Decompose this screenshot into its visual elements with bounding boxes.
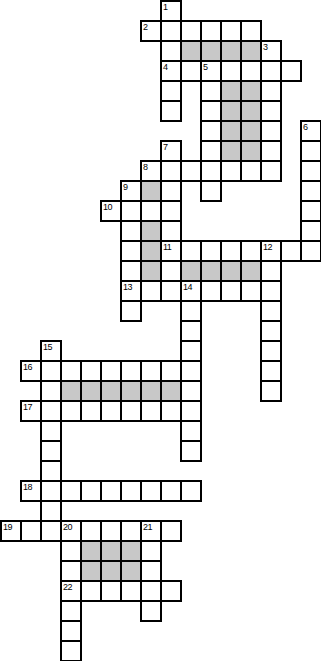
cell-r8-c10[interactable] [200, 160, 222, 182]
cell-r16-c9[interactable] [180, 320, 202, 342]
clue-number-12: 12 [263, 242, 272, 252]
shaded-cell-r4-c11[interactable] [220, 80, 242, 102]
cell-r9-c15[interactable] [300, 180, 321, 202]
clue-number-22: 22 [63, 582, 72, 592]
cell-r22-c9[interactable] [180, 440, 202, 462]
cell-r20-c6[interactable] [120, 400, 142, 422]
cell-r10-c7[interactable] [140, 200, 162, 222]
cell-r26-c6[interactable] [120, 520, 142, 542]
cell-r20-c4[interactable] [80, 400, 102, 422]
shaded-cell-r13-c12[interactable] [240, 260, 262, 282]
cell-r12-c6[interactable] [120, 240, 142, 262]
cell-r5-c13[interactable] [260, 100, 282, 122]
cell-r2-c13[interactable]: 3 [260, 40, 282, 62]
cell-r8-c12[interactable] [240, 160, 262, 182]
cell-r26-c0[interactable]: 19 [0, 520, 22, 542]
cell-r14-c13[interactable] [260, 280, 282, 302]
cell-r9-c10[interactable] [200, 180, 222, 202]
cell-r8-c9[interactable] [180, 160, 202, 182]
clue-number-8: 8 [143, 162, 148, 172]
shaded-cell-r13-c9[interactable] [180, 260, 202, 282]
clue-number-15: 15 [43, 342, 52, 352]
crossword-grid: 12345678910111213141516171819202122 [0, 0, 321, 661]
cell-r29-c8[interactable] [160, 580, 182, 602]
cell-r20-c1[interactable]: 17 [20, 400, 42, 422]
shaded-cell-r2-c12[interactable] [240, 40, 262, 62]
cell-r18-c8[interactable] [160, 360, 182, 382]
cell-r24-c4[interactable] [80, 480, 102, 502]
cell-r17-c9[interactable] [180, 340, 202, 362]
cell-r8-c11[interactable] [220, 160, 242, 182]
shaded-cell-r13-c10[interactable] [200, 260, 222, 282]
cell-r14-c11[interactable] [220, 280, 242, 302]
cell-r28-c7[interactable] [140, 560, 162, 582]
cell-r30-c7[interactable] [140, 600, 162, 622]
cell-r6-c10[interactable] [200, 120, 222, 142]
shaded-cell-r2-c10[interactable] [200, 40, 222, 62]
cell-r29-c4[interactable] [80, 580, 102, 602]
shaded-cell-r27-c4[interactable] [80, 540, 102, 562]
shaded-cell-r5-c12[interactable] [240, 100, 262, 122]
cell-r1-c10[interactable] [200, 20, 222, 42]
clue-number-21: 21 [143, 522, 152, 532]
clue-number-6: 6 [303, 122, 308, 132]
cell-r10-c8[interactable] [160, 200, 182, 222]
cell-r24-c9[interactable] [180, 480, 202, 502]
cell-r29-c6[interactable] [120, 580, 142, 602]
cell-r29-c7[interactable] [140, 580, 162, 602]
cell-r18-c3[interactable] [60, 360, 82, 382]
cell-r18-c6[interactable] [120, 360, 142, 382]
cell-r29-c5[interactable] [100, 580, 122, 602]
cell-r19-c2[interactable] [40, 380, 62, 402]
shaded-cell-r6-c11[interactable] [220, 120, 242, 142]
cell-r18-c4[interactable] [80, 360, 102, 382]
cell-r4-c8[interactable] [160, 80, 182, 102]
cell-r16-c13[interactable] [260, 320, 282, 342]
shaded-cell-r19-c4[interactable] [80, 380, 102, 402]
clue-number-2: 2 [143, 22, 148, 32]
cell-r19-c13[interactable] [260, 380, 282, 402]
cell-r1-c9[interactable] [180, 20, 202, 42]
crossword-page: 12345678910111213141516171819202122 [0, 0, 321, 661]
cell-r10-c6[interactable] [120, 200, 142, 222]
cell-r8-c7[interactable]: 8 [140, 160, 162, 182]
cell-r26-c1[interactable] [20, 520, 42, 542]
cell-r9-c6[interactable]: 9 [120, 180, 142, 202]
cell-r8-c15[interactable] [300, 160, 321, 182]
cell-r24-c1[interactable]: 18 [20, 480, 42, 502]
clue-number-5: 5 [203, 62, 208, 72]
cell-r2-c8[interactable] [160, 40, 182, 62]
clue-number-9: 9 [123, 182, 128, 192]
clue-number-16: 16 [23, 362, 32, 372]
cell-r14-c8[interactable] [160, 280, 182, 302]
cell-r6-c13[interactable] [260, 120, 282, 142]
cell-r7-c10[interactable] [200, 140, 222, 162]
shaded-cell-r4-c12[interactable] [240, 80, 262, 102]
cell-r20-c8[interactable] [160, 400, 182, 422]
cell-r8-c13[interactable] [260, 160, 282, 182]
cell-r31-c3[interactable] [60, 620, 82, 642]
cell-r13-c6[interactable] [120, 260, 142, 282]
cell-r10-c15[interactable] [300, 200, 321, 222]
cell-r12-c11[interactable] [220, 240, 242, 262]
cell-r12-c15[interactable] [300, 240, 321, 262]
cell-r29-c3[interactable]: 22 [60, 580, 82, 602]
cell-r12-c8[interactable]: 11 [160, 240, 182, 262]
cell-r14-c6[interactable]: 13 [120, 280, 142, 302]
cell-r5-c8[interactable] [160, 100, 182, 122]
cell-r15-c13[interactable] [260, 300, 282, 322]
cell-r7-c15[interactable] [300, 140, 321, 162]
shaded-cell-r28-c4[interactable] [80, 560, 102, 582]
cell-r11-c8[interactable] [160, 220, 182, 242]
cell-r28-c3[interactable] [60, 560, 82, 582]
cell-r11-c15[interactable] [300, 220, 321, 242]
shaded-cell-r13-c7[interactable] [140, 260, 162, 282]
cell-r15-c6[interactable] [120, 300, 142, 322]
shaded-cell-r19-c7[interactable] [140, 380, 162, 402]
cell-r17-c2[interactable]: 15 [40, 340, 62, 362]
cell-r32-c3[interactable] [60, 640, 82, 661]
shaded-cell-r2-c9[interactable] [180, 40, 202, 62]
cell-r20-c2[interactable] [40, 400, 62, 422]
cell-r24-c3[interactable] [60, 480, 82, 502]
cell-r20-c9[interactable] [180, 400, 202, 422]
cell-r13-c8[interactable] [160, 260, 182, 282]
cell-r18-c7[interactable] [140, 360, 162, 382]
cell-r1-c11[interactable] [220, 20, 242, 42]
cell-r12-c10[interactable] [200, 240, 222, 262]
cell-r14-c12[interactable] [240, 280, 262, 302]
cell-r26-c5[interactable] [100, 520, 122, 542]
shaded-cell-r6-c12[interactable] [240, 120, 262, 142]
shaded-cell-r19-c3[interactable] [60, 380, 82, 402]
cell-r14-c7[interactable] [140, 280, 162, 302]
cell-r12-c12[interactable] [240, 240, 262, 262]
cell-r25-c2[interactable] [40, 500, 62, 522]
cell-r10-c5[interactable]: 10 [100, 200, 122, 222]
clue-number-14: 14 [183, 282, 192, 292]
clue-number-1: 1 [163, 2, 168, 12]
clue-number-3: 3 [263, 42, 268, 52]
shaded-cell-r5-c11[interactable] [220, 100, 242, 122]
cell-r12-c9[interactable] [180, 240, 202, 262]
cell-r7-c8[interactable]: 7 [160, 140, 182, 162]
cell-r18-c5[interactable] [100, 360, 122, 382]
cell-r7-c13[interactable] [260, 140, 282, 162]
shaded-cell-r27-c5[interactable] [100, 540, 122, 562]
cell-r6-c15[interactable]: 6 [300, 120, 321, 142]
cell-r24-c8[interactable] [160, 480, 182, 502]
clue-number-19: 19 [3, 522, 12, 532]
cell-r4-c13[interactable] [260, 80, 282, 102]
cell-r3-c13[interactable] [260, 60, 282, 82]
cell-r15-c9[interactable] [180, 300, 202, 322]
cell-r12-c13[interactable]: 12 [260, 240, 282, 262]
shaded-cell-r19-c5[interactable] [100, 380, 122, 402]
cell-r14-c9[interactable]: 14 [180, 280, 202, 302]
cell-r26-c2[interactable] [40, 520, 62, 542]
shaded-cell-r28-c5[interactable] [100, 560, 122, 582]
cell-r19-c9[interactable] [180, 380, 202, 402]
cell-r5-c10[interactable] [200, 100, 222, 122]
clue-number-4: 4 [163, 62, 168, 72]
cell-r4-c10[interactable] [200, 80, 222, 102]
shaded-cell-r7-c11[interactable] [220, 140, 242, 162]
shaded-cell-r27-c6[interactable] [120, 540, 142, 562]
shaded-cell-r19-c6[interactable] [120, 380, 142, 402]
cell-r21-c9[interactable] [180, 420, 202, 442]
cell-r23-c2[interactable] [40, 460, 62, 482]
cell-r26-c4[interactable] [80, 520, 102, 542]
shaded-cell-r2-c11[interactable] [220, 40, 242, 62]
shaded-cell-r11-c7[interactable] [140, 220, 162, 242]
cell-r30-c3[interactable] [60, 600, 82, 622]
shaded-cell-r9-c7[interactable] [140, 180, 162, 202]
cell-r18-c9[interactable] [180, 360, 202, 382]
cell-r27-c7[interactable] [140, 540, 162, 562]
cell-r3-c11[interactable] [220, 60, 242, 82]
cell-r26-c8[interactable] [160, 520, 182, 542]
cell-r17-c13[interactable] [260, 340, 282, 362]
shaded-cell-r13-c11[interactable] [220, 260, 242, 282]
clue-number-17: 17 [23, 402, 32, 412]
shaded-cell-r7-c12[interactable] [240, 140, 262, 162]
cell-r20-c3[interactable] [60, 400, 82, 422]
clue-number-18: 18 [23, 482, 32, 492]
cell-r20-c5[interactable] [100, 400, 122, 422]
shaded-cell-r19-c8[interactable] [160, 380, 182, 402]
cell-r24-c6[interactable] [120, 480, 142, 502]
cell-r3-c9[interactable] [180, 60, 202, 82]
cell-r24-c2[interactable] [40, 480, 62, 502]
cell-r9-c8[interactable] [160, 180, 182, 202]
clue-number-13: 13 [123, 282, 132, 292]
clue-number-11: 11 [163, 242, 171, 252]
cell-r24-c5[interactable] [100, 480, 122, 502]
cell-r8-c8[interactable] [160, 160, 182, 182]
cell-r1-c7[interactable]: 2 [140, 20, 162, 42]
cell-r0-c8[interactable]: 1 [160, 0, 182, 22]
cell-r26-c3[interactable]: 20 [60, 520, 82, 542]
clue-number-7: 7 [163, 142, 168, 152]
cell-r11-c6[interactable] [120, 220, 142, 242]
clue-number-10: 10 [103, 202, 112, 212]
cell-r22-c2[interactable] [40, 440, 62, 462]
cell-r21-c2[interactable] [40, 420, 62, 442]
clue-number-20: 20 [63, 522, 72, 532]
cell-r18-c13[interactable] [260, 360, 282, 382]
cell-r1-c12[interactable] [240, 20, 262, 42]
cell-r12-c14[interactable] [280, 240, 302, 262]
cell-r14-c10[interactable] [200, 280, 222, 302]
shaded-cell-r28-c6[interactable] [120, 560, 142, 582]
cell-r13-c13[interactable] [260, 260, 282, 282]
cell-r26-c7[interactable]: 21 [140, 520, 162, 542]
cell-r1-c8[interactable] [160, 20, 182, 42]
cell-r18-c1[interactable]: 16 [20, 360, 42, 382]
cell-r3-c12[interactable] [240, 60, 262, 82]
cell-r24-c7[interactable] [140, 480, 162, 502]
cell-r20-c7[interactable] [140, 400, 162, 422]
cell-r18-c2[interactable] [40, 360, 62, 382]
cell-r3-c14[interactable] [280, 60, 302, 82]
shaded-cell-r12-c7[interactable] [140, 240, 162, 262]
cell-r3-c8[interactable]: 4 [160, 60, 182, 82]
cell-r3-c10[interactable]: 5 [200, 60, 222, 82]
cell-r27-c3[interactable] [60, 540, 82, 562]
